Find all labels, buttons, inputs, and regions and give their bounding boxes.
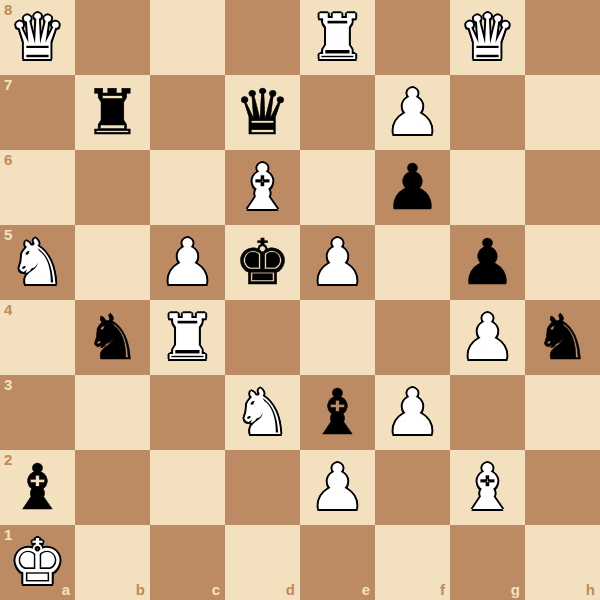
square-h3[interactable]	[525, 375, 600, 450]
square-e1[interactable]: e	[300, 525, 375, 600]
square-g1[interactable]: g	[450, 525, 525, 600]
square-h5[interactable]	[525, 225, 600, 300]
square-h4[interactable]: ♞	[525, 300, 600, 375]
square-e8[interactable]: ♜	[300, 0, 375, 75]
file-label-g: g	[511, 582, 520, 597]
black-pawn-f6[interactable]: ♟	[384, 150, 440, 225]
rank-label-3: 3	[4, 377, 12, 392]
square-f7[interactable]: ♟	[375, 75, 450, 150]
square-e5[interactable]: ♟	[300, 225, 375, 300]
file-label-h: h	[586, 582, 595, 597]
black-bishop-a2[interactable]: ♝	[9, 450, 65, 525]
white-queen-a8[interactable]: ♛	[9, 0, 65, 75]
square-e2[interactable]: ♟	[300, 450, 375, 525]
square-a4[interactable]: 4	[0, 300, 75, 375]
black-pawn-g5[interactable]: ♟	[459, 225, 515, 300]
white-queen-g8[interactable]: ♛	[459, 0, 515, 75]
white-king-a1[interactable]: ♚	[9, 525, 65, 600]
square-b5[interactable]	[75, 225, 150, 300]
white-rook-e8[interactable]: ♜	[309, 0, 365, 75]
white-bishop-g2[interactable]: ♝	[459, 450, 515, 525]
black-king-d5[interactable]: ♚	[234, 225, 290, 300]
square-f2[interactable]	[375, 450, 450, 525]
square-d6[interactable]: ♝	[225, 150, 300, 225]
square-b6[interactable]	[75, 150, 150, 225]
black-knight-h4[interactable]: ♞	[534, 300, 590, 375]
rank-label-4: 4	[4, 302, 12, 317]
square-f1[interactable]: f	[375, 525, 450, 600]
white-pawn-f7[interactable]: ♟	[384, 75, 440, 150]
square-g5[interactable]: ♟	[450, 225, 525, 300]
square-h1[interactable]: h	[525, 525, 600, 600]
rank-label-6: 6	[4, 152, 12, 167]
square-h7[interactable]	[525, 75, 600, 150]
square-c8[interactable]	[150, 0, 225, 75]
white-knight-d3[interactable]: ♞	[234, 375, 290, 450]
square-c6[interactable]	[150, 150, 225, 225]
rank-label-7: 7	[4, 77, 12, 92]
square-d8[interactable]	[225, 0, 300, 75]
white-pawn-c5[interactable]: ♟	[159, 225, 215, 300]
square-e4[interactable]	[300, 300, 375, 375]
square-a5[interactable]: 5♞	[0, 225, 75, 300]
white-rook-c4[interactable]: ♜	[159, 300, 215, 375]
square-c5[interactable]: ♟	[150, 225, 225, 300]
square-h8[interactable]	[525, 0, 600, 75]
square-c7[interactable]	[150, 75, 225, 150]
square-d5[interactable]: ♚	[225, 225, 300, 300]
chess-board: 8♛♜♛7♜♛♟6♝♟5♞♟♚♟♟4♞♜♟♞3♞♝♟2♝♟♝1a♚bcdefgh	[0, 0, 600, 600]
square-f3[interactable]: ♟	[375, 375, 450, 450]
square-b3[interactable]	[75, 375, 150, 450]
white-pawn-e2[interactable]: ♟	[309, 450, 365, 525]
square-g4[interactable]: ♟	[450, 300, 525, 375]
square-f4[interactable]	[375, 300, 450, 375]
square-b4[interactable]: ♞	[75, 300, 150, 375]
black-rook-b7[interactable]: ♜	[84, 75, 140, 150]
square-h2[interactable]	[525, 450, 600, 525]
file-label-e: e	[362, 582, 370, 597]
square-c2[interactable]	[150, 450, 225, 525]
square-a7[interactable]: 7	[0, 75, 75, 150]
square-d3[interactable]: ♞	[225, 375, 300, 450]
square-d1[interactable]: d	[225, 525, 300, 600]
square-d4[interactable]	[225, 300, 300, 375]
black-bishop-e3[interactable]: ♝	[309, 375, 365, 450]
square-f5[interactable]	[375, 225, 450, 300]
square-a3[interactable]: 3	[0, 375, 75, 450]
square-b8[interactable]	[75, 0, 150, 75]
square-a8[interactable]: 8♛	[0, 0, 75, 75]
file-label-f: f	[440, 582, 445, 597]
black-queen-d7[interactable]: ♛	[234, 75, 290, 150]
file-label-c: c	[212, 582, 220, 597]
white-pawn-g4[interactable]: ♟	[459, 300, 515, 375]
square-b2[interactable]	[75, 450, 150, 525]
square-g8[interactable]: ♛	[450, 0, 525, 75]
square-e3[interactable]: ♝	[300, 375, 375, 450]
file-label-b: b	[136, 582, 145, 597]
white-pawn-f3[interactable]: ♟	[384, 375, 440, 450]
file-label-d: d	[286, 582, 295, 597]
white-pawn-e5[interactable]: ♟	[309, 225, 365, 300]
square-c4[interactable]: ♜	[150, 300, 225, 375]
square-c3[interactable]	[150, 375, 225, 450]
square-e7[interactable]	[300, 75, 375, 150]
square-g7[interactable]	[450, 75, 525, 150]
square-a1[interactable]: 1a♚	[0, 525, 75, 600]
square-h6[interactable]	[525, 150, 600, 225]
square-d7[interactable]: ♛	[225, 75, 300, 150]
square-e6[interactable]	[300, 150, 375, 225]
square-b7[interactable]: ♜	[75, 75, 150, 150]
square-f6[interactable]: ♟	[375, 150, 450, 225]
square-a6[interactable]: 6	[0, 150, 75, 225]
square-d2[interactable]	[225, 450, 300, 525]
black-knight-b4[interactable]: ♞	[84, 300, 140, 375]
square-b1[interactable]: b	[75, 525, 150, 600]
square-a2[interactable]: 2♝	[0, 450, 75, 525]
square-g6[interactable]	[450, 150, 525, 225]
square-c1[interactable]: c	[150, 525, 225, 600]
square-g2[interactable]: ♝	[450, 450, 525, 525]
white-knight-a5[interactable]: ♞	[9, 225, 65, 300]
square-g3[interactable]	[450, 375, 525, 450]
square-f8[interactable]	[375, 0, 450, 75]
white-bishop-d6[interactable]: ♝	[234, 150, 290, 225]
